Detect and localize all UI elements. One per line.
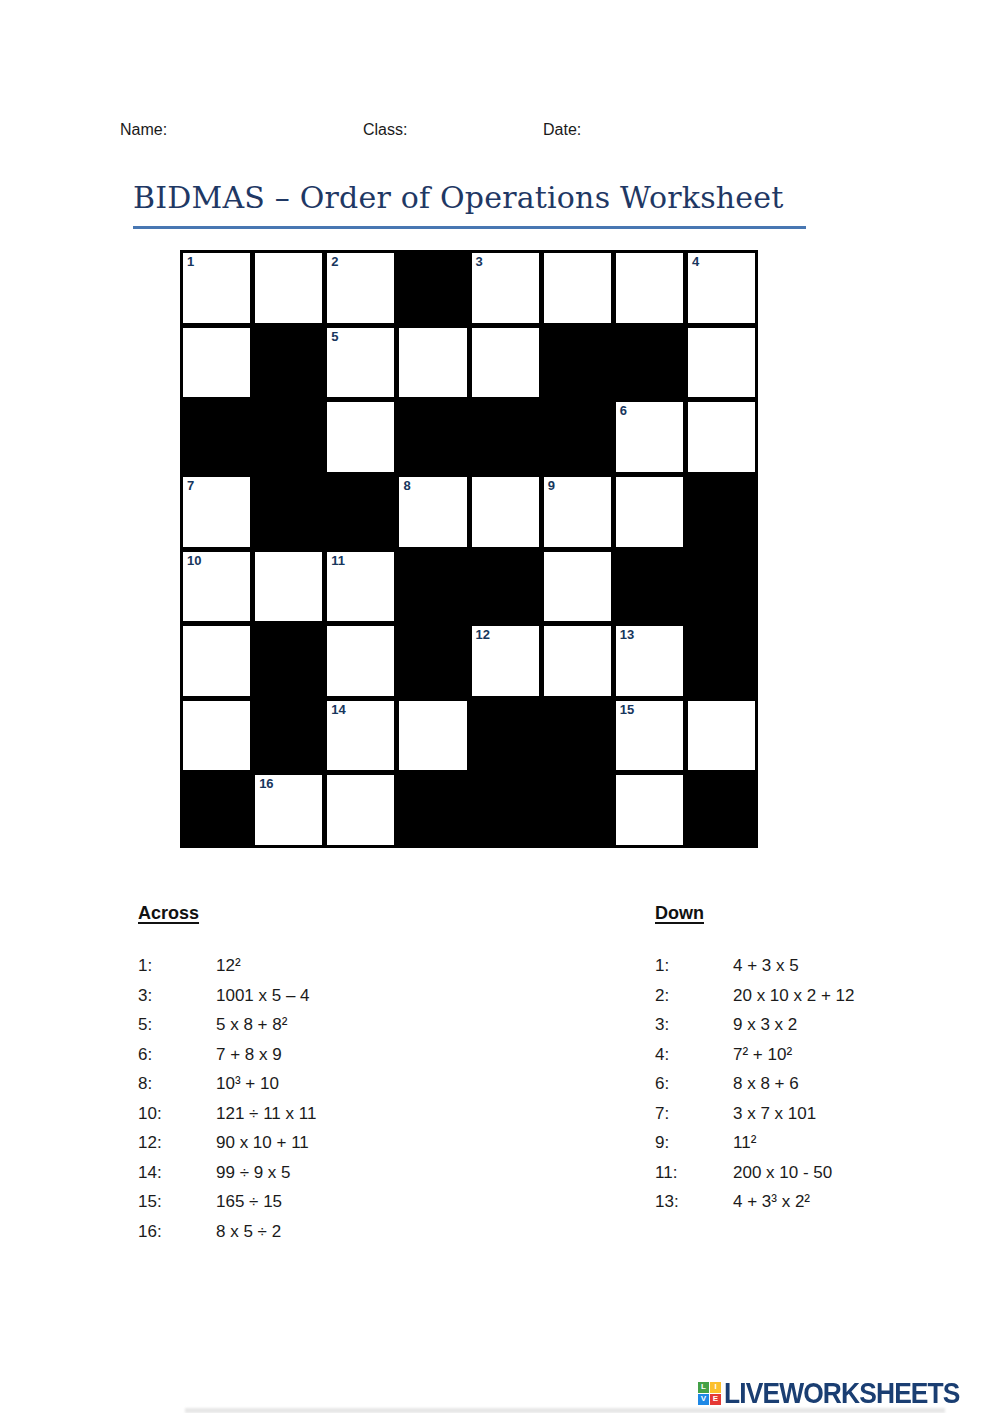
grid-block [544, 328, 611, 398]
across-clue: 8:10³ + 10 [138, 1074, 316, 1104]
clue-expression: 7² + 10² [733, 1045, 792, 1065]
clue-expression: 10³ + 10 [216, 1074, 279, 1094]
grid-cell[interactable] [327, 626, 394, 696]
grid-cell[interactable] [183, 328, 250, 398]
grid-block [688, 775, 755, 845]
clue-number: 7: [655, 1104, 733, 1124]
puzzle-grid: 12345678910111213141516 [180, 250, 758, 848]
grid-cell[interactable] [183, 701, 250, 771]
down-clue: 4:7² + 10² [655, 1045, 854, 1075]
across-clue: 16:8 x 5 ÷ 2 [138, 1222, 316, 1252]
worksheet-page: Name: Class: Date: BIDMAS – Order of Ope… [0, 0, 1000, 1413]
logo-tile-e: E [710, 1394, 721, 1405]
grid-block [616, 552, 683, 622]
grid-block [399, 552, 466, 622]
grid-cell[interactable] [688, 328, 755, 398]
logo-tile-v: V [698, 1394, 709, 1405]
grid-block [399, 253, 466, 323]
clue-number: 1: [138, 956, 216, 976]
grid-cell[interactable] [472, 328, 539, 398]
grid-block [472, 701, 539, 771]
grid-cell[interactable]: 11 [327, 552, 394, 622]
liveworksheets-logo-icon: LIVE [698, 1382, 721, 1405]
cell-number: 1 [187, 254, 194, 270]
clue-number: 12: [138, 1133, 216, 1153]
grid-cell[interactable] [688, 402, 755, 472]
grid-cell[interactable] [544, 253, 611, 323]
clue-expression: 20 x 10 x 2 + 12 [733, 986, 854, 1006]
grid-cell[interactable] [616, 477, 683, 547]
clue-expression: 5 x 8 + 8² [216, 1015, 287, 1035]
clue-number: 1: [655, 956, 733, 976]
date-label: Date: [543, 121, 581, 139]
clue-number: 11: [655, 1163, 733, 1183]
grid-block [255, 328, 322, 398]
down-clue: 1:4 + 3 x 5 [655, 956, 854, 986]
clue-number: 6: [655, 1074, 733, 1094]
down-clue: 2:20 x 10 x 2 + 12 [655, 986, 854, 1016]
cell-number: 7 [187, 478, 194, 494]
grid-cell[interactable] [616, 253, 683, 323]
down-clue: 9:11² [655, 1133, 854, 1163]
clue-expression: 9 x 3 x 2 [733, 1015, 797, 1035]
grid-block [255, 701, 322, 771]
across-clues-section: Across 1:12²3:1001 x 5 – 45:5 x 8 + 8²6:… [138, 903, 316, 1251]
grid-block [472, 402, 539, 472]
grid-cell[interactable] [327, 402, 394, 472]
down-clue: 6:8 x 8 + 6 [655, 1074, 854, 1104]
clue-number: 2: [655, 986, 733, 1006]
clue-expression: 3 x 7 x 101 [733, 1104, 816, 1124]
clue-number: 8: [138, 1074, 216, 1094]
cell-number: 3 [476, 254, 483, 270]
grid-cell[interactable]: 5 [327, 328, 394, 398]
across-clue-list: 1:12²3:1001 x 5 – 45:5 x 8 + 8²6:7 + 8 x… [138, 956, 316, 1251]
clue-expression: 8 x 5 ÷ 2 [216, 1222, 281, 1242]
logo-tile-i: I [710, 1382, 721, 1393]
grid-cell[interactable]: 2 [327, 253, 394, 323]
cell-number: 13 [620, 627, 634, 643]
class-label: Class: [363, 121, 407, 139]
grid-cell[interactable] [544, 626, 611, 696]
title-underline [133, 226, 806, 229]
grid-block [399, 626, 466, 696]
grid-cell[interactable] [255, 552, 322, 622]
cutoff-print-artifact [185, 1408, 945, 1413]
grid-cell[interactable]: 16 [255, 775, 322, 845]
grid-block [544, 701, 611, 771]
grid-cell[interactable]: 4 [688, 253, 755, 323]
liveworksheets-logo[interactable]: LIVE LIVEWORKSHEETS [698, 1376, 992, 1410]
liveworksheets-logo-text: LIVEWORKSHEETS [724, 1376, 960, 1410]
clue-number: 10: [138, 1104, 216, 1124]
grid-cell[interactable] [399, 701, 466, 771]
grid-cell[interactable]: 6 [616, 402, 683, 472]
clue-expression: 99 ÷ 9 x 5 [216, 1163, 291, 1183]
clue-expression: 11² [733, 1133, 756, 1153]
across-clue: 6:7 + 8 x 9 [138, 1045, 316, 1075]
down-clue: 11:200 x 10 - 50 [655, 1163, 854, 1193]
down-clue-list: 1:4 + 3 x 52:20 x 10 x 2 + 123:9 x 3 x 2… [655, 956, 854, 1222]
down-clues-section: Down 1:4 + 3 x 52:20 x 10 x 2 + 123:9 x … [655, 903, 854, 1222]
across-clue: 14:99 ÷ 9 x 5 [138, 1163, 316, 1193]
down-clue: 7:3 x 7 x 101 [655, 1104, 854, 1134]
clue-number: 13: [655, 1192, 733, 1212]
grid-block [255, 402, 322, 472]
clue-expression: 165 ÷ 15 [216, 1192, 282, 1212]
grid-block [688, 552, 755, 622]
down-heading: Down [655, 903, 854, 925]
cell-number: 8 [403, 478, 410, 494]
clue-number: 9: [655, 1133, 733, 1153]
grid-block [616, 328, 683, 398]
cell-number: 10 [187, 553, 201, 569]
grid-block [544, 402, 611, 472]
grid-cell[interactable] [399, 328, 466, 398]
cell-number: 2 [331, 254, 338, 270]
across-clue: 15:165 ÷ 15 [138, 1192, 316, 1222]
down-clue: 13:4 + 3³ x 2² [655, 1192, 854, 1222]
grid-block [399, 402, 466, 472]
grid-block [688, 626, 755, 696]
grid-cell[interactable]: 9 [544, 477, 611, 547]
logo-tile-l: L [698, 1382, 709, 1393]
clue-number: 15: [138, 1192, 216, 1212]
cell-number: 6 [620, 403, 627, 419]
down-clue: 3:9 x 3 x 2 [655, 1015, 854, 1045]
grid-cell[interactable] [255, 253, 322, 323]
cell-number: 4 [692, 254, 699, 270]
page-title: BIDMAS – Order of Operations Worksheet [133, 180, 783, 215]
grid-cell[interactable]: 8 [399, 477, 466, 547]
across-clue: 1:12² [138, 956, 316, 986]
cell-number: 5 [331, 329, 338, 345]
grid-cell[interactable] [616, 775, 683, 845]
grid-cell[interactable] [472, 477, 539, 547]
grid-cell[interactable]: 3 [472, 253, 539, 323]
grid-cell[interactable]: 1 [183, 253, 250, 323]
clue-expression: 121 ÷ 11 x 11 [216, 1104, 316, 1124]
grid-cell[interactable] [183, 626, 250, 696]
cell-number: 9 [548, 478, 555, 494]
clue-expression: 12² [216, 956, 241, 976]
cell-number: 12 [476, 627, 490, 643]
clue-expression: 200 x 10 - 50 [733, 1163, 832, 1183]
across-clue: 3:1001 x 5 – 4 [138, 986, 316, 1016]
grid-block [544, 775, 611, 845]
clue-number: 3: [138, 986, 216, 1006]
clue-number: 4: [655, 1045, 733, 1065]
name-label: Name: [120, 121, 167, 139]
grid-cell[interactable]: 14 [327, 701, 394, 771]
grid-cell[interactable]: 15 [616, 701, 683, 771]
clue-number: 6: [138, 1045, 216, 1065]
grid-block [183, 402, 250, 472]
grid-block [327, 477, 394, 547]
grid-cell[interactable]: 12 [472, 626, 539, 696]
clue-expression: 7 + 8 x 9 [216, 1045, 282, 1065]
clue-expression: 90 x 10 + 11 [216, 1133, 309, 1153]
grid-block [255, 626, 322, 696]
grid-block [472, 775, 539, 845]
across-clue: 12:90 x 10 + 11 [138, 1133, 316, 1163]
cell-number: 11 [331, 553, 345, 569]
across-clue: 10:121 ÷ 11 x 11 [138, 1104, 316, 1134]
clue-expression: 1001 x 5 – 4 [216, 986, 310, 1006]
clue-expression: 4 + 3³ x 2² [733, 1192, 810, 1212]
grid-cell[interactable] [544, 552, 611, 622]
across-heading: Across [138, 903, 316, 925]
cell-number: 14 [331, 702, 345, 718]
clue-number: 14: [138, 1163, 216, 1183]
grid-block [688, 477, 755, 547]
clue-number: 5: [138, 1015, 216, 1035]
grid-block [183, 775, 250, 845]
clue-expression: 8 x 8 + 6 [733, 1074, 799, 1094]
clue-number: 16: [138, 1222, 216, 1242]
cell-number: 15 [620, 702, 634, 718]
grid-block [472, 552, 539, 622]
grid-cell[interactable]: 7 [183, 477, 250, 547]
cell-number: 16 [259, 776, 273, 792]
grid-cell[interactable]: 13 [616, 626, 683, 696]
clue-expression: 4 + 3 x 5 [733, 956, 799, 976]
grid-cell[interactable] [327, 775, 394, 845]
across-clue: 5:5 x 8 + 8² [138, 1015, 316, 1045]
clue-number: 3: [655, 1015, 733, 1035]
grid-cell[interactable]: 10 [183, 552, 250, 622]
grid-cell[interactable] [688, 701, 755, 771]
grid-block [399, 775, 466, 845]
grid-block [255, 477, 322, 547]
